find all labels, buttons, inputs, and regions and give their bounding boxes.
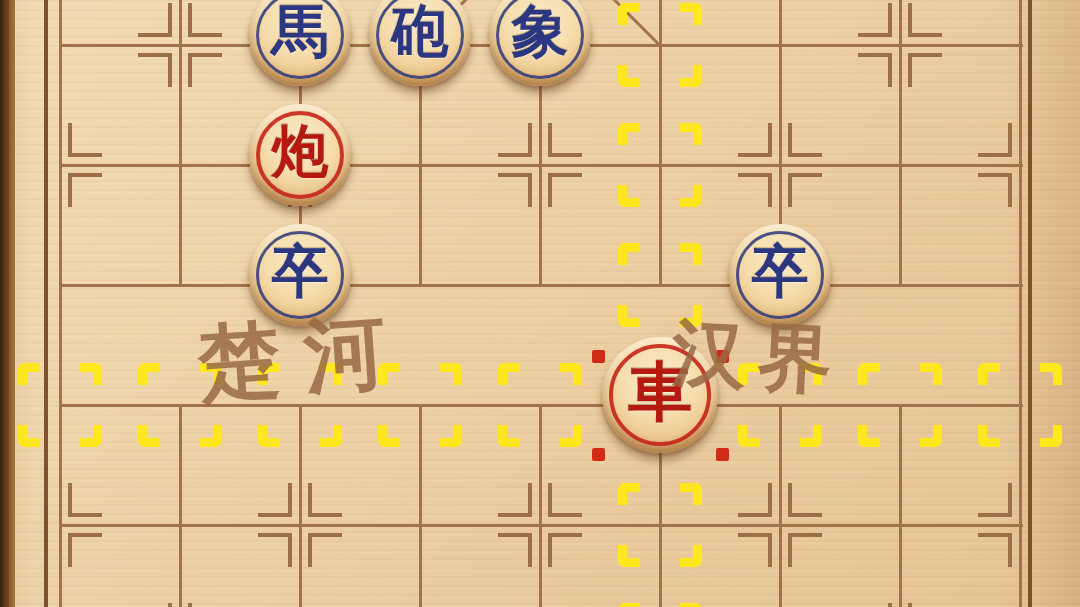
xiangqi-board[interactable]: 馬砲象炮卒卒車 — [0, 0, 1080, 607]
piece-black-elephant[interactable]: 象 — [489, 0, 591, 86]
move-marker[interactable] — [18, 425, 40, 447]
star-point-mark — [978, 123, 1012, 157]
move-marker[interactable] — [978, 425, 1000, 447]
move-marker[interactable] — [618, 123, 640, 145]
move-marker[interactable] — [680, 65, 702, 87]
move-marker[interactable] — [978, 363, 1000, 385]
star-point-mark — [978, 173, 1012, 207]
star-point-mark — [498, 123, 532, 157]
move-marker[interactable] — [738, 425, 760, 447]
grid-line-file — [539, 405, 542, 607]
star-point-mark — [738, 123, 772, 157]
move-marker[interactable] — [618, 305, 640, 327]
xiangqi-game-screen: 馬砲象炮卒卒車 楚河 汉界 — [0, 0, 1080, 607]
move-marker[interactable] — [618, 603, 640, 607]
star-point-mark — [548, 483, 582, 517]
star-point-mark — [548, 533, 582, 567]
selection-marker — [592, 448, 605, 461]
star-point-mark — [308, 483, 342, 517]
grid-line-file — [299, 405, 302, 607]
move-marker[interactable] — [680, 123, 702, 145]
move-marker[interactable] — [440, 363, 462, 385]
grid-line-file — [59, 0, 62, 607]
star-point-mark — [908, 3, 942, 37]
move-marker[interactable] — [618, 185, 640, 207]
star-point-mark — [308, 533, 342, 567]
star-point-mark — [908, 603, 942, 607]
star-point-mark — [978, 533, 1012, 567]
move-marker[interactable] — [920, 425, 942, 447]
selection-marker — [592, 350, 605, 363]
move-marker[interactable] — [138, 425, 160, 447]
star-point-mark — [258, 533, 292, 567]
board-border-left — [44, 0, 48, 607]
move-marker[interactable] — [378, 425, 400, 447]
star-point-mark — [788, 173, 822, 207]
grid-line-file — [179, 0, 182, 287]
star-point-mark — [738, 483, 772, 517]
star-point-mark — [858, 53, 892, 87]
move-marker[interactable] — [80, 363, 102, 385]
piece-red-cannon[interactable]: 炮 — [249, 104, 351, 206]
star-point-mark — [978, 483, 1012, 517]
star-point-mark — [788, 533, 822, 567]
move-marker[interactable] — [498, 425, 520, 447]
grid-line-file — [779, 405, 782, 607]
star-point-mark — [138, 3, 172, 37]
move-marker[interactable] — [618, 483, 640, 505]
star-point-mark — [788, 123, 822, 157]
star-point-mark — [858, 603, 892, 607]
star-point-mark — [548, 123, 582, 157]
star-point-mark — [498, 173, 532, 207]
move-marker[interactable] — [560, 425, 582, 447]
piece-glyph-black-cannon: 砲 — [369, 0, 471, 83]
star-point-mark — [738, 173, 772, 207]
star-point-mark — [738, 533, 772, 567]
star-point-mark — [138, 53, 172, 87]
star-point-mark — [188, 3, 222, 37]
move-marker[interactable] — [858, 425, 880, 447]
star-point-mark — [548, 173, 582, 207]
move-marker[interactable] — [498, 363, 520, 385]
star-point-mark — [68, 123, 102, 157]
star-point-mark — [188, 53, 222, 87]
grid-line-file — [899, 0, 902, 287]
move-marker[interactable] — [618, 65, 640, 87]
selection-marker — [716, 448, 729, 461]
move-marker[interactable] — [200, 425, 222, 447]
grid-line-file — [419, 405, 422, 607]
star-point-mark — [908, 53, 942, 87]
piece-glyph-red-cannon: 炮 — [249, 101, 351, 203]
move-marker[interactable] — [680, 3, 702, 25]
board-frame-left-edge — [9, 0, 15, 607]
star-point-mark — [258, 483, 292, 517]
move-marker[interactable] — [18, 363, 40, 385]
star-point-mark — [68, 533, 102, 567]
move-marker[interactable] — [618, 3, 640, 25]
grid-line-file — [179, 405, 182, 607]
piece-black-cannon[interactable]: 砲 — [369, 0, 471, 86]
piece-glyph-black-horse: 馬 — [249, 0, 351, 83]
move-marker[interactable] — [680, 185, 702, 207]
move-marker[interactable] — [1040, 425, 1062, 447]
move-marker[interactable] — [920, 363, 942, 385]
piece-black-horse[interactable]: 馬 — [249, 0, 351, 86]
move-marker[interactable] — [618, 545, 640, 567]
move-marker[interactable] — [680, 603, 702, 607]
move-marker[interactable] — [1040, 363, 1062, 385]
star-point-mark — [68, 483, 102, 517]
move-marker[interactable] — [320, 425, 342, 447]
move-marker[interactable] — [800, 425, 822, 447]
move-marker[interactable] — [258, 425, 280, 447]
grid-line-file — [1019, 0, 1022, 607]
board-frame-left — [0, 0, 9, 607]
star-point-mark — [68, 173, 102, 207]
star-point-mark — [498, 483, 532, 517]
move-marker[interactable] — [680, 545, 702, 567]
star-point-mark — [498, 533, 532, 567]
move-marker[interactable] — [680, 243, 702, 265]
move-marker[interactable] — [440, 425, 462, 447]
move-marker[interactable] — [138, 363, 160, 385]
move-marker[interactable] — [560, 363, 582, 385]
star-point-mark — [138, 603, 172, 607]
star-point-mark — [858, 3, 892, 37]
grid-line-file — [899, 405, 902, 607]
star-point-mark — [788, 483, 822, 517]
move-marker[interactable] — [618, 243, 640, 265]
river-label-han-jie: 汉界 — [670, 304, 847, 413]
board-border-right — [1028, 0, 1032, 607]
move-marker[interactable] — [80, 425, 102, 447]
river-label-chu-he: 楚河 — [194, 296, 413, 421]
move-marker[interactable] — [680, 483, 702, 505]
piece-glyph-black-elephant: 象 — [489, 0, 591, 83]
move-marker[interactable] — [858, 363, 880, 385]
star-point-mark — [188, 603, 222, 607]
